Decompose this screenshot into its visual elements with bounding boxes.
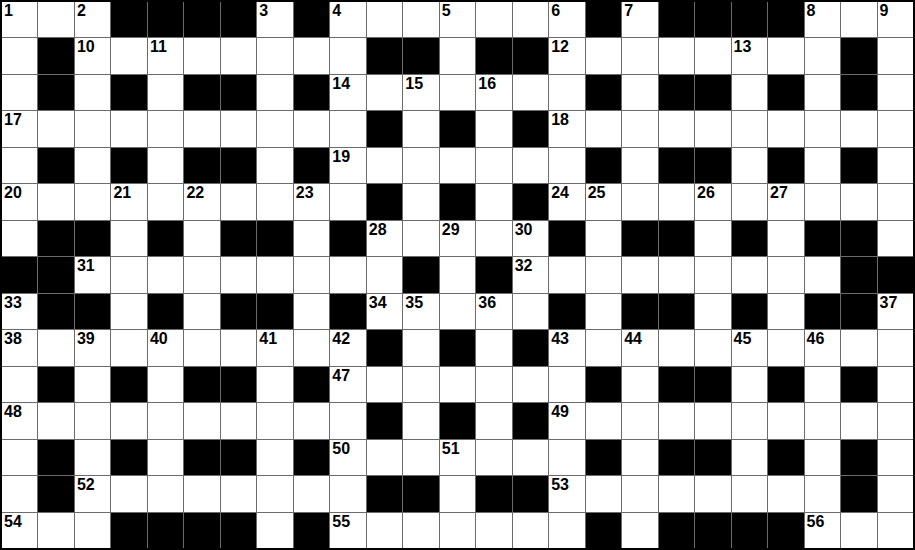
white-cell-r1-c22[interactable]: [805, 38, 840, 73]
white-cell-r0-c7[interactable]: 3: [257, 2, 292, 37]
black-cell-r7-c0: [2, 257, 37, 292]
black-cell-r2-c16: [586, 75, 621, 110]
white-cell-r6-c11[interactable]: [403, 221, 438, 256]
white-cell-r3-c2[interactable]: [75, 111, 110, 146]
white-cell-r7-c8[interactable]: [294, 257, 329, 292]
white-cell-r3-c0[interactable]: 17: [2, 111, 37, 146]
white-cell-r14-c17[interactable]: [622, 513, 657, 548]
white-cell-r12-c2[interactable]: [75, 440, 110, 475]
clue-number-33: 33: [4, 294, 22, 312]
white-cell-r7-c20[interactable]: [732, 257, 767, 292]
white-cell-r2-c9[interactable]: 14: [330, 75, 365, 110]
white-cell-r2-c4[interactable]: [148, 75, 183, 110]
white-cell-r0-c13[interactable]: [476, 2, 511, 37]
white-cell-r1-c17[interactable]: [622, 38, 657, 73]
clue-number-4: 4: [332, 2, 341, 20]
white-cell-r3-c20[interactable]: [732, 111, 767, 146]
white-cell-r10-c14[interactable]: [513, 367, 548, 402]
white-cell-r6-c0[interactable]: [2, 221, 37, 256]
white-cell-r11-c13[interactable]: [476, 403, 511, 438]
white-cell-r3-c15[interactable]: 18: [549, 111, 584, 146]
white-cell-r2-c17[interactable]: [622, 75, 657, 110]
white-cell-r10-c7[interactable]: [257, 367, 292, 402]
white-cell-r10-c22[interactable]: [805, 367, 840, 402]
white-cell-r4-c9[interactable]: 19: [330, 148, 365, 183]
white-cell-r9-c11[interactable]: [403, 330, 438, 365]
white-cell-r13-c21[interactable]: [768, 476, 803, 511]
crossword-puzzle: 1234567891011121314151617181920212223242…: [0, 0, 915, 550]
white-cell-r14-c2[interactable]: [75, 513, 110, 548]
white-cell-r12-c22[interactable]: [805, 440, 840, 475]
white-cell-r11-c20[interactable]: [732, 403, 767, 438]
white-cell-r5-c2[interactable]: [75, 184, 110, 219]
white-cell-r0-c12[interactable]: 5: [440, 2, 475, 37]
white-cell-r2-c13[interactable]: 16: [476, 75, 511, 110]
white-cell-r5-c1[interactable]: [38, 184, 73, 219]
black-cell-r10-c16: [586, 367, 621, 402]
white-cell-r8-c21[interactable]: [768, 294, 803, 329]
white-cell-r8-c11[interactable]: 35: [403, 294, 438, 329]
white-cell-r11-c5[interactable]: [184, 403, 219, 438]
white-cell-r3-c1[interactable]: [38, 111, 73, 146]
white-cell-r4-c10[interactable]: [367, 148, 402, 183]
white-cell-r7-c22[interactable]: [805, 257, 840, 292]
white-cell-r4-c22[interactable]: [805, 148, 840, 183]
white-cell-r11-c17[interactable]: [622, 403, 657, 438]
white-cell-r0-c22[interactable]: 8: [805, 2, 840, 37]
white-cell-r12-c20[interactable]: [732, 440, 767, 475]
white-cell-r5-c21[interactable]: 27: [768, 184, 803, 219]
white-cell-r14-c14[interactable]: [513, 513, 548, 548]
white-cell-r11-c22[interactable]: [805, 403, 840, 438]
white-cell-r11-c21[interactable]: [768, 403, 803, 438]
white-cell-r8-c16[interactable]: [586, 294, 621, 329]
white-cell-r5-c24[interactable]: [878, 184, 913, 219]
white-cell-r1-c18[interactable]: [659, 38, 694, 73]
white-cell-r7-c6[interactable]: [221, 257, 256, 292]
black-cell-r10-c19: [695, 367, 730, 402]
white-cell-r4-c17[interactable]: [622, 148, 657, 183]
black-cell-r6-c18: [659, 221, 694, 256]
white-cell-r5-c0[interactable]: 20: [2, 184, 37, 219]
clue-number-47: 47: [332, 367, 350, 385]
white-cell-r4-c0[interactable]: [2, 148, 37, 183]
white-cell-r2-c20[interactable]: [732, 75, 767, 110]
white-cell-r2-c24[interactable]: [878, 75, 913, 110]
white-cell-r3-c23[interactable]: [841, 111, 876, 146]
white-cell-r5-c13[interactable]: [476, 184, 511, 219]
clue-number-32: 32: [515, 257, 533, 275]
black-cell-r8-c23: [841, 294, 876, 329]
white-cell-r3-c18[interactable]: [659, 111, 694, 146]
white-cell-r3-c4[interactable]: [148, 111, 183, 146]
clue-number-24: 24: [551, 184, 569, 202]
white-cell-r6-c8[interactable]: [294, 221, 329, 256]
white-cell-r11-c8[interactable]: [294, 403, 329, 438]
white-cell-r2-c7[interactable]: [257, 75, 292, 110]
white-cell-r14-c9[interactable]: 55: [330, 513, 365, 548]
white-cell-r14-c23[interactable]: [841, 513, 876, 548]
white-cell-r10-c24[interactable]: [878, 367, 913, 402]
white-cell-r0-c15[interactable]: 6: [549, 2, 584, 37]
white-cell-r9-c19[interactable]: [695, 330, 730, 365]
white-cell-r2-c14[interactable]: [513, 75, 548, 110]
white-cell-r5-c16[interactable]: 25: [586, 184, 621, 219]
black-cell-r12-c6: [221, 440, 256, 475]
white-cell-r2-c2[interactable]: [75, 75, 110, 110]
clue-number-53: 53: [551, 476, 569, 494]
white-cell-r7-c3[interactable]: [111, 257, 146, 292]
white-cell-r11-c15[interactable]: 49: [549, 403, 584, 438]
white-cell-r14-c22[interactable]: 56: [805, 513, 840, 548]
white-cell-r13-c19[interactable]: [695, 476, 730, 511]
white-cell-r9-c16[interactable]: [586, 330, 621, 365]
white-cell-r1-c4[interactable]: 11: [148, 38, 183, 73]
white-cell-r11-c7[interactable]: [257, 403, 292, 438]
white-cell-r14-c1[interactable]: [38, 513, 73, 548]
black-cell-r4-c6: [221, 148, 256, 183]
white-cell-r6-c12[interactable]: 29: [440, 221, 475, 256]
white-cell-r11-c2[interactable]: [75, 403, 110, 438]
white-cell-r4-c11[interactable]: [403, 148, 438, 183]
white-cell-r13-c18[interactable]: [659, 476, 694, 511]
white-cell-r11-c19[interactable]: [695, 403, 730, 438]
white-cell-r14-c24[interactable]: [878, 513, 913, 548]
white-cell-r9-c18[interactable]: [659, 330, 694, 365]
black-cell-r6-c7: [257, 221, 292, 256]
white-cell-r5-c3[interactable]: 21: [111, 184, 146, 219]
white-cell-r3-c17[interactable]: [622, 111, 657, 146]
clue-number-31: 31: [77, 257, 95, 275]
white-cell-r9-c4[interactable]: 40: [148, 330, 183, 365]
white-cell-r7-c18[interactable]: [659, 257, 694, 292]
white-cell-r3-c5[interactable]: [184, 111, 219, 146]
white-cell-r14-c15[interactable]: [549, 513, 584, 548]
white-cell-r4-c13[interactable]: [476, 148, 511, 183]
white-cell-r7-c4[interactable]: [148, 257, 183, 292]
white-cell-r11-c11[interactable]: [403, 403, 438, 438]
white-cell-r1-c16[interactable]: [586, 38, 621, 73]
white-cell-r0-c2[interactable]: 2: [75, 2, 110, 37]
white-cell-r3-c8[interactable]: [294, 111, 329, 146]
white-cell-r12-c15[interactable]: [549, 440, 584, 475]
white-cell-r2-c0[interactable]: [2, 75, 37, 110]
white-cell-r5-c19[interactable]: 26: [695, 184, 730, 219]
black-cell-r4-c19: [695, 148, 730, 183]
clue-number-14: 14: [332, 75, 350, 93]
white-cell-r1-c6[interactable]: [221, 38, 256, 73]
black-cell-r8-c7: [257, 294, 292, 329]
white-cell-r2-c15[interactable]: [549, 75, 584, 110]
white-cell-r13-c4[interactable]: [148, 476, 183, 511]
white-cell-r4-c20[interactable]: [732, 148, 767, 183]
white-cell-r2-c12[interactable]: [440, 75, 475, 110]
white-cell-r13-c2[interactable]: 52: [75, 476, 110, 511]
white-cell-r5-c7[interactable]: [257, 184, 292, 219]
white-cell-r3-c24[interactable]: [878, 111, 913, 146]
white-cell-r1-c2[interactable]: 10: [75, 38, 110, 73]
white-cell-r11-c6[interactable]: [221, 403, 256, 438]
white-cell-r4-c14[interactable]: [513, 148, 548, 183]
white-cell-r12-c12[interactable]: 51: [440, 440, 475, 475]
black-cell-r0-c8: [294, 2, 329, 37]
white-cell-r10-c17[interactable]: [622, 367, 657, 402]
white-cell-r12-c0[interactable]: [2, 440, 37, 475]
black-cell-r7-c11: [403, 257, 438, 292]
black-cell-r14-c19: [695, 513, 730, 548]
black-cell-r0-c20: [732, 2, 767, 37]
white-cell-r7-c14[interactable]: 32: [513, 257, 548, 292]
white-cell-r3-c11[interactable]: [403, 111, 438, 146]
white-cell-r8-c10[interactable]: 34: [367, 294, 402, 329]
white-cell-r1-c8[interactable]: [294, 38, 329, 73]
white-cell-r13-c12[interactable]: [440, 476, 475, 511]
white-cell-r4-c2[interactable]: [75, 148, 110, 183]
white-cell-r11-c18[interactable]: [659, 403, 694, 438]
black-cell-r0-c21: [768, 2, 803, 37]
black-cell-r4-c23: [841, 148, 876, 183]
white-cell-r1-c15[interactable]: 12: [549, 38, 584, 73]
white-cell-r11-c4[interactable]: [148, 403, 183, 438]
white-cell-r13-c5[interactable]: [184, 476, 219, 511]
white-cell-r0-c23[interactable]: [841, 2, 876, 37]
white-cell-r14-c13[interactable]: [476, 513, 511, 548]
white-cell-r1-c9[interactable]: [330, 38, 365, 73]
white-cell-r5-c5[interactable]: 22: [184, 184, 219, 219]
white-cell-r5-c18[interactable]: [659, 184, 694, 219]
white-cell-r9-c6[interactable]: [221, 330, 256, 365]
white-cell-r5-c11[interactable]: [403, 184, 438, 219]
white-cell-r0-c14[interactable]: [513, 2, 548, 37]
black-cell-r4-c3: [111, 148, 146, 183]
white-cell-r4-c12[interactable]: [440, 148, 475, 183]
white-cell-r5-c20[interactable]: [732, 184, 767, 219]
white-cell-r6-c21[interactable]: [768, 221, 803, 256]
white-cell-r13-c20[interactable]: [732, 476, 767, 511]
white-cell-r9-c1[interactable]: [38, 330, 73, 365]
black-cell-r6-c20: [732, 221, 767, 256]
white-cell-r5-c23[interactable]: [841, 184, 876, 219]
black-cell-r4-c16: [586, 148, 621, 183]
white-cell-r6-c5[interactable]: [184, 221, 219, 256]
white-cell-r4-c4[interactable]: [148, 148, 183, 183]
white-cell-r9-c9[interactable]: 42: [330, 330, 365, 365]
clue-number-20: 20: [4, 184, 22, 202]
white-cell-r4-c24[interactable]: [878, 148, 913, 183]
white-cell-r3-c19[interactable]: [695, 111, 730, 146]
white-cell-r6-c10[interactable]: 28: [367, 221, 402, 256]
white-cell-r7-c2[interactable]: 31: [75, 257, 110, 292]
black-cell-r8-c18: [659, 294, 694, 329]
white-cell-r1-c19[interactable]: [695, 38, 730, 73]
white-cell-r10-c11[interactable]: [403, 367, 438, 402]
white-cell-r1-c21[interactable]: [768, 38, 803, 73]
white-cell-r8-c5[interactable]: [184, 294, 219, 329]
white-cell-r3-c16[interactable]: [586, 111, 621, 146]
white-cell-r1-c12[interactable]: [440, 38, 475, 73]
white-cell-r2-c10[interactable]: [367, 75, 402, 110]
white-cell-r9-c8[interactable]: [294, 330, 329, 365]
white-cell-r13-c9[interactable]: [330, 476, 365, 511]
white-cell-r6-c16[interactable]: [586, 221, 621, 256]
white-cell-r0-c17[interactable]: 7: [622, 2, 657, 37]
white-cell-r7-c12[interactable]: [440, 257, 475, 292]
white-cell-r1-c3[interactable]: [111, 38, 146, 73]
white-cell-r7-c19[interactable]: [695, 257, 730, 292]
white-cell-r13-c22[interactable]: [805, 476, 840, 511]
clue-number-19: 19: [332, 148, 350, 166]
white-cell-r13-c8[interactable]: [294, 476, 329, 511]
white-cell-r11-c9[interactable]: [330, 403, 365, 438]
white-cell-r7-c9[interactable]: [330, 257, 365, 292]
white-cell-r10-c15[interactable]: [549, 367, 584, 402]
white-cell-r5-c9[interactable]: [330, 184, 365, 219]
white-cell-r5-c4[interactable]: [148, 184, 183, 219]
white-cell-r9-c17[interactable]: 44: [622, 330, 657, 365]
white-cell-r1-c5[interactable]: [184, 38, 219, 73]
white-cell-r11-c24[interactable]: [878, 403, 913, 438]
white-cell-r11-c0[interactable]: 48: [2, 403, 37, 438]
white-cell-r12-c10[interactable]: [367, 440, 402, 475]
black-cell-r8-c20: [732, 294, 767, 329]
white-cell-r3-c21[interactable]: [768, 111, 803, 146]
white-cell-r6-c13[interactable]: [476, 221, 511, 256]
clue-number-5: 5: [442, 2, 451, 20]
white-cell-r12-c24[interactable]: [878, 440, 913, 475]
white-cell-r14-c0[interactable]: 54: [2, 513, 37, 548]
white-cell-r3-c9[interactable]: [330, 111, 365, 146]
white-cell-r12-c17[interactable]: [622, 440, 657, 475]
white-cell-r13-c17[interactable]: [622, 476, 657, 511]
white-cell-r10-c12[interactable]: [440, 367, 475, 402]
white-cell-r9-c21[interactable]: [768, 330, 803, 365]
white-cell-r5-c15[interactable]: 24: [549, 184, 584, 219]
white-cell-r13-c15[interactable]: 53: [549, 476, 584, 511]
clue-number-46: 46: [807, 330, 825, 348]
white-cell-r5-c22[interactable]: [805, 184, 840, 219]
white-cell-r3-c22[interactable]: [805, 111, 840, 146]
white-cell-r9-c5[interactable]: [184, 330, 219, 365]
white-cell-r12-c11[interactable]: [403, 440, 438, 475]
white-cell-r3-c13[interactable]: [476, 111, 511, 146]
clue-number-49: 49: [551, 403, 569, 421]
white-cell-r6-c14[interactable]: 30: [513, 221, 548, 256]
white-cell-r9-c0[interactable]: 38: [2, 330, 37, 365]
white-cell-r9-c23[interactable]: [841, 330, 876, 365]
white-cell-r9-c22[interactable]: 46: [805, 330, 840, 365]
white-cell-r5-c17[interactable]: [622, 184, 657, 219]
white-cell-r2-c22[interactable]: [805, 75, 840, 110]
white-cell-r14-c11[interactable]: [403, 513, 438, 548]
black-cell-r10-c3: [111, 367, 146, 402]
white-cell-r5-c8[interactable]: 23: [294, 184, 329, 219]
white-cell-r8-c14[interactable]: [513, 294, 548, 329]
white-cell-r13-c16[interactable]: [586, 476, 621, 511]
white-cell-r4-c15[interactable]: [549, 148, 584, 183]
white-cell-r10-c9[interactable]: 47: [330, 367, 365, 402]
white-cell-r13-c3[interactable]: [111, 476, 146, 511]
white-cell-r10-c4[interactable]: [148, 367, 183, 402]
white-cell-r3-c6[interactable]: [221, 111, 256, 146]
white-cell-r0-c24[interactable]: 9: [878, 2, 913, 37]
white-cell-r6-c24[interactable]: [878, 221, 913, 256]
white-cell-r5-c6[interactable]: [221, 184, 256, 219]
white-cell-r7-c17[interactable]: [622, 257, 657, 292]
white-cell-r0-c0[interactable]: 1: [2, 2, 37, 37]
white-cell-r9-c7[interactable]: 41: [257, 330, 292, 365]
white-cell-r8-c0[interactable]: 33: [2, 294, 37, 329]
clue-number-11: 11: [150, 38, 167, 56]
white-cell-r8-c8[interactable]: [294, 294, 329, 329]
white-cell-r10-c0[interactable]: [2, 367, 37, 402]
white-cell-r13-c6[interactable]: [221, 476, 256, 511]
white-cell-r10-c2[interactable]: [75, 367, 110, 402]
white-cell-r13-c7[interactable]: [257, 476, 292, 511]
white-cell-r3-c3[interactable]: [111, 111, 146, 146]
white-cell-r12-c4[interactable]: [148, 440, 183, 475]
white-cell-r9-c2[interactable]: 39: [75, 330, 110, 365]
white-cell-r13-c0[interactable]: [2, 476, 37, 511]
white-cell-r9-c15[interactable]: 43: [549, 330, 584, 365]
white-cell-r8-c3[interactable]: [111, 294, 146, 329]
white-cell-r13-c24[interactable]: [878, 476, 913, 511]
white-cell-r8-c19[interactable]: [695, 294, 730, 329]
white-cell-r7-c21[interactable]: [768, 257, 803, 292]
white-cell-r12-c14[interactable]: [513, 440, 548, 475]
white-cell-r12-c9[interactable]: 50: [330, 440, 365, 475]
white-cell-r9-c13[interactable]: [476, 330, 511, 365]
white-cell-r10-c20[interactable]: [732, 367, 767, 402]
white-cell-r8-c12[interactable]: [440, 294, 475, 329]
white-cell-r6-c19[interactable]: [695, 221, 730, 256]
white-cell-r9-c20[interactable]: 45: [732, 330, 767, 365]
white-cell-r14-c7[interactable]: [257, 513, 292, 548]
white-cell-r3-c7[interactable]: [257, 111, 292, 146]
white-cell-r9-c24[interactable]: [878, 330, 913, 365]
black-cell-r12-c23: [841, 440, 876, 475]
white-cell-r11-c3[interactable]: [111, 403, 146, 438]
white-cell-r9-c3[interactable]: [111, 330, 146, 365]
white-cell-r4-c7[interactable]: [257, 148, 292, 183]
white-cell-r10-c13[interactable]: [476, 367, 511, 402]
white-cell-r0-c1[interactable]: [38, 2, 73, 37]
white-cell-r7-c16[interactable]: [586, 257, 621, 292]
white-cell-r0-c9[interactable]: 4: [330, 2, 365, 37]
white-cell-r6-c3[interactable]: [111, 221, 146, 256]
white-cell-r0-c10[interactable]: [367, 2, 402, 37]
white-cell-r10-c10[interactable]: [367, 367, 402, 402]
white-cell-r11-c16[interactable]: [586, 403, 621, 438]
white-cell-r1-c7[interactable]: [257, 38, 292, 73]
white-cell-r1-c20[interactable]: 13: [732, 38, 767, 73]
white-cell-r12-c13[interactable]: [476, 440, 511, 475]
white-cell-r11-c1[interactable]: [38, 403, 73, 438]
white-cell-r14-c10[interactable]: [367, 513, 402, 548]
white-cell-r12-c7[interactable]: [257, 440, 292, 475]
white-cell-r1-c24[interactable]: [878, 38, 913, 73]
white-cell-r7-c5[interactable]: [184, 257, 219, 292]
white-cell-r0-c11[interactable]: [403, 2, 438, 37]
white-cell-r7-c15[interactable]: [549, 257, 584, 292]
white-cell-r8-c24[interactable]: 37: [878, 294, 913, 329]
white-cell-r2-c11[interactable]: 15: [403, 75, 438, 110]
white-cell-r14-c12[interactable]: [440, 513, 475, 548]
white-cell-r7-c10[interactable]: [367, 257, 402, 292]
white-cell-r11-c23[interactable]: [841, 403, 876, 438]
white-cell-r1-c0[interactable]: [2, 38, 37, 73]
white-cell-r7-c7[interactable]: [257, 257, 292, 292]
white-cell-r8-c13[interactable]: 36: [476, 294, 511, 329]
